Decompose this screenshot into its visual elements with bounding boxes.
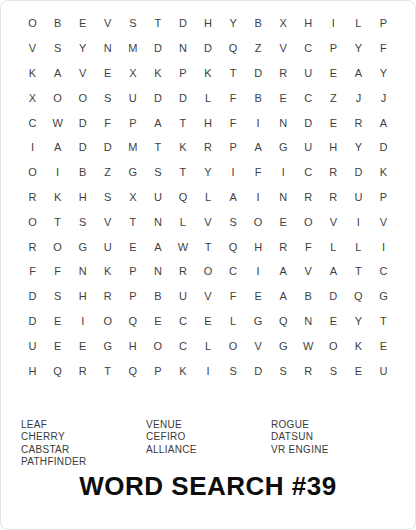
word-item: CEFIRO — [146, 431, 271, 443]
grid-cell-r4c15[interactable]: J — [371, 85, 396, 110]
grid-cell-r7c9[interactable]: I — [221, 160, 246, 185]
grid-cell-r11c10[interactable]: I — [246, 259, 271, 284]
grid-cell-r5c13[interactable]: E — [321, 110, 346, 135]
grid-cell-r14c1[interactable]: U — [20, 333, 45, 358]
grid-cell-r1c8[interactable]: H — [195, 11, 220, 36]
grid-cell-r14c15[interactable]: E — [371, 333, 396, 358]
grid-cell-r3c1[interactable]: K — [20, 61, 45, 86]
grid-cell-r5c4[interactable]: F — [95, 110, 120, 135]
grid-cell-r13c10[interactable]: G — [246, 309, 271, 334]
grid-cell-r9c7[interactable]: L — [170, 209, 195, 234]
grid-cell-r4c6[interactable]: D — [145, 85, 170, 110]
grid-cell-r7c2[interactable]: I — [45, 160, 70, 185]
grid-cell-r6c5[interactable]: M — [120, 135, 145, 160]
grid-cell-r2c7[interactable]: N — [170, 36, 195, 61]
grid-cell-r13c12[interactable]: N — [296, 309, 321, 334]
grid-cell-r11c4[interactable]: K — [95, 259, 120, 284]
grid-cell-r4c11[interactable]: E — [271, 85, 296, 110]
grid-cell-r2c4[interactable]: N — [95, 36, 120, 61]
word-item: VR ENGINE — [271, 444, 397, 456]
grid-cell-r11c7[interactable]: R — [170, 259, 195, 284]
grid-cell-r4c13[interactable]: Z — [321, 85, 346, 110]
grid-cell-r6c12[interactable]: U — [296, 135, 321, 160]
grid-cell-r11c14[interactable]: T — [346, 259, 371, 284]
grid-cell-r2c15[interactable]: F — [371, 36, 396, 61]
word-item: PATHFINDER — [21, 456, 146, 468]
grid-cell-r3c6[interactable]: K — [145, 61, 170, 86]
word-item: DATSUN — [271, 431, 397, 443]
grid-cell-r6c8[interactable]: R — [195, 135, 220, 160]
grid-cell-r15c3[interactable]: R — [70, 358, 95, 383]
grid-cell-r1c6[interactable]: T — [145, 11, 170, 36]
grid-cell-r7c5[interactable]: G — [120, 160, 145, 185]
grid-cell-r4c8[interactable]: L — [195, 85, 220, 110]
grid-cell-r6c9[interactable]: P — [221, 135, 246, 160]
grid-cell-r8c3[interactable]: H — [70, 185, 95, 210]
grid-cell-r9c10[interactable]: O — [246, 209, 271, 234]
grid-cell-r6c10[interactable]: A — [246, 135, 271, 160]
grid-cell-r15c15[interactable]: U — [371, 358, 396, 383]
grid-cell-r1c15[interactable]: P — [371, 11, 396, 36]
grid-cell-r12c6[interactable]: B — [145, 284, 170, 309]
grid-cell-r5c2[interactable]: W — [45, 110, 70, 135]
grid-cell-r11c13[interactable]: A — [321, 259, 346, 284]
grid-cell-r11c11[interactable]: A — [271, 259, 296, 284]
grid-cell-r8c6[interactable]: U — [145, 185, 170, 210]
grid-cell-r15c10[interactable]: D — [246, 358, 271, 383]
grid-cell-r13c8[interactable]: E — [195, 309, 220, 334]
grid-cell-r14c7[interactable]: C — [170, 333, 195, 358]
grid-cell-r11c8[interactable]: O — [195, 259, 220, 284]
grid-cell-r13c9[interactable]: L — [221, 309, 246, 334]
grid-cell-r2c5[interactable]: M — [120, 36, 145, 61]
grid-cell-r6c13[interactable]: H — [321, 135, 346, 160]
grid-cell-r12c14[interactable]: Q — [346, 284, 371, 309]
grid-cell-r5c14[interactable]: R — [346, 110, 371, 135]
grid-cell-r8c5[interactable]: X — [120, 185, 145, 210]
grid-cell-r4c5[interactable]: U — [120, 85, 145, 110]
grid-cell-r7c6[interactable]: S — [145, 160, 170, 185]
grid-cell-r8c14[interactable]: U — [346, 185, 371, 210]
grid-cell-r2c10[interactable]: Z — [246, 36, 271, 61]
grid-cell-r11c6[interactable]: N — [145, 259, 170, 284]
grid-cell-r9c12[interactable]: O — [296, 209, 321, 234]
grid-cell-r13c3[interactable]: I — [70, 309, 95, 334]
grid-cell-r10c1[interactable]: R — [20, 234, 45, 259]
grid-cell-r8c9[interactable]: A — [221, 185, 246, 210]
grid-cell-r13c15[interactable]: T — [371, 309, 396, 334]
grid-cell-r8c13[interactable]: R — [321, 185, 346, 210]
grid-cell-r6c6[interactable]: T — [145, 135, 170, 160]
grid-cell-r10c7[interactable]: W — [170, 234, 195, 259]
word-item: ROGUE — [271, 419, 397, 431]
grid-cell-r6c11[interactable]: G — [271, 135, 296, 160]
grid-cell-r6c4[interactable]: D — [95, 135, 120, 160]
grid-cell-r12c12[interactable]: B — [296, 284, 321, 309]
word-list-column-1: LEAFCHERRYCABSTARPATHFINDER — [21, 419, 146, 469]
grid-cell-r3c14[interactable]: A — [346, 61, 371, 86]
word-search-grid: OBEVSTDHYBXHILPVSYNMDNDQZVCPYFKAVEXKPKTD… — [20, 11, 396, 383]
grid-cell-r7c15[interactable]: K — [371, 160, 396, 185]
grid-cell-r6c1[interactable]: I — [20, 135, 45, 160]
grid-cell-r7c7[interactable]: T — [170, 160, 195, 185]
grid-cell-r7c8[interactable]: Y — [195, 160, 220, 185]
word-list-column-2: VENUECEFIROALLIANCE — [146, 419, 271, 456]
grid-cell-r7c1[interactable]: O — [20, 160, 45, 185]
grid-cell-r12c7[interactable]: U — [170, 284, 195, 309]
grid-cell-r2c12[interactable]: C — [296, 36, 321, 61]
grid-cell-r14c9[interactable]: O — [221, 333, 246, 358]
grid-cell-r10c14[interactable]: L — [346, 234, 371, 259]
grid-cell-r11c9[interactable]: C — [221, 259, 246, 284]
grid-cell-r2c1[interactable]: V — [20, 36, 45, 61]
grid-cell-r3c9[interactable]: T — [221, 61, 246, 86]
grid-cell-r2c9[interactable]: Q — [221, 36, 246, 61]
grid-cell-r1c14[interactable]: L — [346, 11, 371, 36]
grid-cell-r3c8[interactable]: K — [195, 61, 220, 86]
grid-cell-r3c11[interactable]: R — [271, 61, 296, 86]
grid-cell-r7c12[interactable]: C — [296, 160, 321, 185]
grid-cell-r1c12[interactable]: H — [296, 11, 321, 36]
grid-cell-r7c13[interactable]: R — [321, 160, 346, 185]
grid-cell-r15c14[interactable]: E — [346, 358, 371, 383]
word-item: LEAF — [21, 419, 146, 431]
grid-cell-r2c14[interactable]: Y — [346, 36, 371, 61]
grid-cell-r3c13[interactable]: E — [321, 61, 346, 86]
grid-cell-r5c5[interactable]: P — [120, 110, 145, 135]
grid-cell-r10c10[interactable]: H — [246, 234, 271, 259]
grid-cell-r12c10[interactable]: E — [246, 284, 271, 309]
grid-cell-r5c7[interactable]: T — [170, 110, 195, 135]
grid-cell-r15c13[interactable]: S — [321, 358, 346, 383]
grid-cell-r7c10[interactable]: F — [246, 160, 271, 185]
grid-cell-r10c2[interactable]: O — [45, 234, 70, 259]
grid-cell-r6c3[interactable]: D — [70, 135, 95, 160]
grid-cell-r11c5[interactable]: P — [120, 259, 145, 284]
grid-cell-r14c3[interactable]: E — [70, 333, 95, 358]
grid-cell-r14c5[interactable]: H — [120, 333, 145, 358]
grid-cell-r1c13[interactable]: I — [321, 11, 346, 36]
grid-cell-r10c9[interactable]: Q — [221, 234, 246, 259]
grid-cell-r8c1[interactable]: R — [20, 185, 45, 210]
grid-cell-r15c9[interactable]: S — [221, 358, 246, 383]
grid-cell-r2c11[interactable]: V — [271, 36, 296, 61]
grid-cell-r4c9[interactable]: F — [221, 85, 246, 110]
grid-cell-r8c15[interactable]: P — [371, 185, 396, 210]
grid-cell-r1c10[interactable]: B — [246, 11, 271, 36]
grid-cell-r10c4[interactable]: U — [95, 234, 120, 259]
grid-cell-r6c15[interactable]: D — [371, 135, 396, 160]
grid-cell-r8c4[interactable]: S — [95, 185, 120, 210]
grid-cell-r1c3[interactable]: E — [70, 11, 95, 36]
grid-cell-r2c2[interactable]: S — [45, 36, 70, 61]
grid-cell-r10c3[interactable]: G — [70, 234, 95, 259]
grid-cell-r9c14[interactable]: I — [346, 209, 371, 234]
grid-cell-r4c10[interactable]: B — [246, 85, 271, 110]
grid-cell-r8c7[interactable]: Q — [170, 185, 195, 210]
grid-cell-r5c6[interactable]: A — [145, 110, 170, 135]
grid-cell-r1c11[interactable]: X — [271, 11, 296, 36]
grid-cell-r13c14[interactable]: Y — [346, 309, 371, 334]
grid-cell-r12c11[interactable]: A — [271, 284, 296, 309]
grid-cell-r8c10[interactable]: I — [246, 185, 271, 210]
grid-cell-r13c2[interactable]: E — [45, 309, 70, 334]
grid-cell-r7c11[interactable]: I — [271, 160, 296, 185]
grid-cell-r10c11[interactable]: R — [271, 234, 296, 259]
grid-cell-r3c7[interactable]: P — [170, 61, 195, 86]
grid-cell-r9c5[interactable]: T — [120, 209, 145, 234]
grid-cell-r2c13[interactable]: P — [321, 36, 346, 61]
grid-cell-r3c3[interactable]: V — [70, 61, 95, 86]
grid-cell-r6c2[interactable]: A — [45, 135, 70, 160]
grid-cell-r13c11[interactable]: Q — [271, 309, 296, 334]
grid-cell-r8c2[interactable]: K — [45, 185, 70, 210]
grid-cell-r6c7[interactable]: K — [170, 135, 195, 160]
grid-cell-r1c1[interactable]: O — [20, 11, 45, 36]
grid-cell-r14c14[interactable]: K — [346, 333, 371, 358]
grid-cell-r9c3[interactable]: S — [70, 209, 95, 234]
grid-cell-r11c12[interactable]: V — [296, 259, 321, 284]
grid-cell-r5c15[interactable]: A — [371, 110, 396, 135]
grid-cell-r3c4[interactable]: E — [95, 61, 120, 86]
grid-cell-r9c8[interactable]: V — [195, 209, 220, 234]
grid-cell-r13c7[interactable]: C — [170, 309, 195, 334]
grid-cell-r12c9[interactable]: F — [221, 284, 246, 309]
grid-cell-r13c6[interactable]: E — [145, 309, 170, 334]
grid-cell-r14c8[interactable]: L — [195, 333, 220, 358]
grid-cell-r6c14[interactable]: Y — [346, 135, 371, 160]
grid-cell-r13c4[interactable]: O — [95, 309, 120, 334]
grid-cell-r8c11[interactable]: N — [271, 185, 296, 210]
word-list-column-3: ROGUEDATSUNVR ENGINE — [271, 419, 397, 456]
word-item: CHERRY — [21, 431, 146, 443]
grid-cell-r12c3[interactable]: H — [70, 284, 95, 309]
word-item: CABSTAR — [21, 444, 146, 456]
grid-cell-r4c3[interactable]: O — [70, 85, 95, 110]
grid-cell-r9c4[interactable]: V — [95, 209, 120, 234]
grid-cell-r4c4[interactable]: S — [95, 85, 120, 110]
grid-cell-r12c1[interactable]: D — [20, 284, 45, 309]
grid-cell-r10c5[interactable]: E — [120, 234, 145, 259]
grid-cell-r15c6[interactable]: P — [145, 358, 170, 383]
grid-cell-r10c15[interactable]: I — [371, 234, 396, 259]
grid-cell-r5c10[interactable]: I — [246, 110, 271, 135]
grid-cell-r5c3[interactable]: D — [70, 110, 95, 135]
grid-cell-r9c13[interactable]: V — [321, 209, 346, 234]
grid-cell-r2c8[interactable]: D — [195, 36, 220, 61]
grid-cell-r11c2[interactable]: F — [45, 259, 70, 284]
grid-cell-r14c13[interactable]: O — [321, 333, 346, 358]
grid-cell-r11c3[interactable]: N — [70, 259, 95, 284]
grid-cell-r12c15[interactable]: G — [371, 284, 396, 309]
grid-cell-r5c12[interactable]: D — [296, 110, 321, 135]
grid-cell-r9c1[interactable]: O — [20, 209, 45, 234]
grid-cell-r13c13[interactable]: E — [321, 309, 346, 334]
grid-cell-r12c13[interactable]: D — [321, 284, 346, 309]
grid-cell-r2c3[interactable]: Y — [70, 36, 95, 61]
grid-cell-r12c8[interactable]: V — [195, 284, 220, 309]
grid-cell-r10c8[interactable]: T — [195, 234, 220, 259]
grid-cell-r3c5[interactable]: X — [120, 61, 145, 86]
grid-cell-r1c2[interactable]: B — [45, 11, 70, 36]
grid-cell-r3c2[interactable]: A — [45, 61, 70, 86]
grid-cell-r1c7[interactable]: D — [170, 11, 195, 36]
grid-cell-r12c5[interactable]: P — [120, 284, 145, 309]
grid-cell-r7c4[interactable]: Z — [95, 160, 120, 185]
grid-cell-r15c12[interactable]: R — [296, 358, 321, 383]
grid-cell-r12c4[interactable]: R — [95, 284, 120, 309]
grid-cell-r4c7[interactable]: D — [170, 85, 195, 110]
grid-cell-r14c11[interactable]: G — [271, 333, 296, 358]
grid-cell-r13c1[interactable]: D — [20, 309, 45, 334]
grid-cell-r9c6[interactable]: N — [145, 209, 170, 234]
grid-cell-r9c9[interactable]: S — [221, 209, 246, 234]
grid-cell-r4c1[interactable]: X — [20, 85, 45, 110]
grid-cell-r1c5[interactable]: S — [120, 11, 145, 36]
grid-cell-r8c12[interactable]: R — [296, 185, 321, 210]
grid-cell-r10c13[interactable]: L — [321, 234, 346, 259]
grid-cell-r15c11[interactable]: S — [271, 358, 296, 383]
grid-cell-r5c9[interactable]: F — [221, 110, 246, 135]
grid-cell-r11c1[interactable]: F — [20, 259, 45, 284]
word-list: LEAFCHERRYCABSTARPATHFINDER VENUECEFIROA… — [21, 419, 397, 469]
word-search-page: OBEVSTDHYBXHILPVSYNMDNDQZVCPYFKAVEXKPKTD… — [0, 0, 416, 530]
grid-cell-r5c1[interactable]: C — [20, 110, 45, 135]
grid-cell-r4c12[interactable]: C — [296, 85, 321, 110]
grid-cell-r1c9[interactable]: Y — [221, 11, 246, 36]
grid-cell-r14c2[interactable]: E — [45, 333, 70, 358]
grid-cell-r15c2[interactable]: Q — [45, 358, 70, 383]
grid-cell-r4c14[interactable]: J — [346, 85, 371, 110]
grid-cell-r2c6[interactable]: D — [145, 36, 170, 61]
grid-cell-r3c12[interactable]: U — [296, 61, 321, 86]
grid-cell-r7c14[interactable]: D — [346, 160, 371, 185]
word-item: ALLIANCE — [146, 444, 271, 456]
grid-cell-r11c15[interactable]: C — [371, 259, 396, 284]
grid-cell-r7c3[interactable]: B — [70, 160, 95, 185]
grid-cell-r1c4[interactable]: V — [95, 11, 120, 36]
grid-cell-r8c8[interactable]: L — [195, 185, 220, 210]
word-item: VENUE — [146, 419, 271, 431]
grid-cell-r4c2[interactable]: O — [45, 85, 70, 110]
grid-cell-r14c4[interactable]: G — [95, 333, 120, 358]
grid-cell-r10c6[interactable]: A — [145, 234, 170, 259]
grid-cell-r15c4[interactable]: T — [95, 358, 120, 383]
grid-cell-r9c11[interactable]: E — [271, 209, 296, 234]
grid-cell-r15c1[interactable]: H — [20, 358, 45, 383]
grid-cell-r3c15[interactable]: Y — [371, 61, 396, 86]
grid-cell-r3c10[interactable]: D — [246, 61, 271, 86]
grid-cell-r10c12[interactable]: F — [296, 234, 321, 259]
grid-cell-r14c12[interactable]: W — [296, 333, 321, 358]
grid-cell-r5c11[interactable]: N — [271, 110, 296, 135]
grid-cell-r5c8[interactable]: H — [195, 110, 220, 135]
puzzle-title: WORD SEARCH #39 — [1, 471, 415, 502]
grid-cell-r15c5[interactable]: Q — [120, 358, 145, 383]
grid-cell-r12c2[interactable]: S — [45, 284, 70, 309]
grid-cell-r14c6[interactable]: O — [145, 333, 170, 358]
grid-cell-r15c7[interactable]: K — [170, 358, 195, 383]
grid-cell-r14c10[interactable]: V — [246, 333, 271, 358]
grid-cell-r9c2[interactable]: T — [45, 209, 70, 234]
grid-cell-r13c5[interactable]: Q — [120, 309, 145, 334]
grid-cell-r9c15[interactable]: V — [371, 209, 396, 234]
grid-cell-r15c8[interactable]: I — [195, 358, 220, 383]
